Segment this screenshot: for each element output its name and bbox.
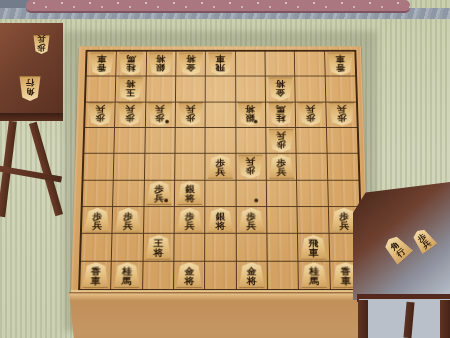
piece-kanji: 歩 <box>185 212 195 221</box>
piece-gote-3-4[interactable]: 歩兵 <box>268 129 294 153</box>
square-6-5[interactable] <box>175 154 206 180</box>
square-7-9[interactable] <box>143 261 175 289</box>
square-7-2[interactable] <box>146 77 176 102</box>
square-9-8[interactable] <box>81 234 113 261</box>
left-stand-leg <box>29 122 63 216</box>
piece-kanji: 香 <box>91 267 101 276</box>
square-5-7[interactable]: 銀将 <box>206 207 237 234</box>
piece-gote-1-3[interactable]: 歩兵 <box>328 103 355 126</box>
square-9-5[interactable] <box>84 154 115 180</box>
piece-kanji: 兵 <box>185 221 195 230</box>
square-3-7[interactable] <box>267 207 298 234</box>
board-top-surface: 香車桂馬銀将金将飛車香車玉将金将歩兵歩兵歩兵歩兵銀将桂馬歩兵歩兵歩兵歩兵歩兵歩兵… <box>71 46 369 294</box>
square-5-9[interactable] <box>205 261 236 289</box>
square-2-9[interactable]: 桂馬 <box>299 261 331 289</box>
piece-gote-9-3[interactable]: 歩兵 <box>87 103 113 126</box>
piece-kanji: 歩 <box>276 140 286 149</box>
piece-sente-4-9[interactable]: 金将 <box>238 262 265 288</box>
square-4-7[interactable]: 歩兵 <box>236 207 267 234</box>
piece-kanji: 歩 <box>123 212 133 221</box>
square-9-7[interactable]: 歩兵 <box>82 207 114 234</box>
piece-kanji: 金 <box>184 267 194 276</box>
piece-kanji: 銀 <box>216 212 226 221</box>
piece-gote-8-2[interactable]: 玉将 <box>118 77 144 100</box>
hoshi-dot <box>165 120 169 124</box>
piece-kanji: 将 <box>184 276 194 285</box>
piece-kanji: 馬 <box>276 105 286 114</box>
square-6-9[interactable]: 金将 <box>174 261 205 289</box>
left-piece-stand <box>0 23 63 217</box>
piece-kanji: 兵 <box>216 168 226 177</box>
piece-kanji: 兵 <box>246 221 256 230</box>
piece-kanji: 将 <box>185 194 195 203</box>
piece-kanji: 歩 <box>306 114 316 123</box>
piece-gote-8-1[interactable]: 桂馬 <box>118 52 144 75</box>
piece-kanji: 兵 <box>276 131 286 140</box>
square-7-8[interactable]: 王将 <box>143 234 174 261</box>
piece-kanji: 歩 <box>337 114 347 123</box>
piece-gote-7-3[interactable]: 歩兵 <box>147 103 173 126</box>
square-1-4[interactable] <box>327 128 358 154</box>
piece-kanji: 歩 <box>95 114 105 123</box>
square-6-3[interactable]: 歩兵 <box>176 102 206 128</box>
piece-kanji: 桂 <box>126 63 136 71</box>
square-3-1[interactable] <box>265 52 295 77</box>
seat-cushion <box>26 0 410 13</box>
piece-sente-6-9[interactable]: 金将 <box>176 262 203 288</box>
piece-kanji: 兵 <box>37 35 46 43</box>
piece-kanji: 歩 <box>339 212 349 221</box>
square-7-6[interactable]: 歩兵 <box>144 180 175 207</box>
hoshi-dot <box>164 199 168 203</box>
square-4-8[interactable] <box>236 234 267 261</box>
square-7-5[interactable] <box>145 154 176 180</box>
piece-kanji: 兵 <box>306 105 316 114</box>
piece-gote-5-1[interactable]: 飛車 <box>208 52 233 75</box>
piece-kanji: 馬 <box>122 276 132 285</box>
piece-gote-3-2[interactable]: 金将 <box>267 77 293 100</box>
piece-kanji: 馬 <box>127 54 137 62</box>
piece-kanji: 飛 <box>216 63 226 71</box>
square-1-2[interactable] <box>325 77 356 102</box>
piece-gote-6-3[interactable]: 歩兵 <box>177 103 203 126</box>
square-3-3[interactable]: 桂馬 <box>266 102 296 128</box>
square-5-1[interactable]: 飛車 <box>206 52 236 77</box>
square-2-3[interactable]: 歩兵 <box>296 102 327 128</box>
square-7-1[interactable]: 銀将 <box>146 52 176 77</box>
piece-kanji: 将 <box>153 248 163 257</box>
square-8-3[interactable]: 歩兵 <box>115 102 146 128</box>
piece-sente-2-9[interactable]: 桂馬 <box>301 262 328 288</box>
piece-sente-7-8[interactable]: 王将 <box>145 235 172 260</box>
square-8-7[interactable]: 歩兵 <box>113 207 144 234</box>
piece-kanji: 兵 <box>421 238 433 250</box>
piece-kanji: 歩 <box>155 114 165 123</box>
board-grid: 香車桂馬銀将金将飛車香車玉将金将歩兵歩兵歩兵歩兵銀将桂馬歩兵歩兵歩兵歩兵歩兵歩兵… <box>78 50 364 291</box>
square-6-6[interactable]: 銀将 <box>175 180 206 207</box>
right-stand-leg <box>440 300 450 338</box>
square-6-2[interactable] <box>176 77 206 102</box>
piece-sente-5-5[interactable]: 歩兵 <box>207 155 233 179</box>
square-8-8[interactable] <box>112 234 144 261</box>
square-2-6[interactable] <box>297 180 328 207</box>
square-2-2[interactable] <box>296 77 326 102</box>
piece-kanji: 兵 <box>92 221 102 230</box>
piece-sente-5-7[interactable]: 銀将 <box>207 208 233 232</box>
square-7-7[interactable] <box>144 207 175 234</box>
piece-sente-3-5[interactable]: 歩兵 <box>268 155 294 179</box>
square-5-4[interactable] <box>206 128 236 154</box>
square-1-3[interactable]: 歩兵 <box>326 102 357 128</box>
square-5-5[interactable]: 歩兵 <box>206 154 237 180</box>
piece-kanji: 玉 <box>126 88 136 97</box>
piece-kanji: 歩 <box>246 166 256 175</box>
square-5-8[interactable] <box>205 234 236 261</box>
square-6-4[interactable] <box>175 128 205 154</box>
square-7-4[interactable] <box>145 128 176 154</box>
hand-piece-gote-1[interactable]: 角行 <box>19 76 41 101</box>
piece-gote-9-1[interactable]: 香車 <box>88 52 114 75</box>
piece-kanji: 車 <box>341 276 351 285</box>
piece-kanji: 車 <box>90 276 100 285</box>
piece-kanji: 桂 <box>276 114 286 123</box>
square-4-6[interactable] <box>236 180 267 207</box>
piece-kanji: 兵 <box>156 105 166 114</box>
piece-sente-8-7[interactable]: 歩兵 <box>115 208 142 232</box>
square-3-4[interactable]: 歩兵 <box>266 128 297 154</box>
piece-kanji: 兵 <box>123 221 133 230</box>
square-4-4[interactable] <box>236 128 266 154</box>
piece-kanji: 兵 <box>154 194 164 203</box>
square-3-8[interactable] <box>267 234 298 261</box>
piece-sente-9-9[interactable]: 香車 <box>82 262 109 288</box>
piece-kanji: 金 <box>276 88 286 97</box>
square-4-5[interactable]: 歩兵 <box>236 154 267 180</box>
square-3-9[interactable] <box>268 261 300 289</box>
piece-kanji: 歩 <box>125 114 135 123</box>
piece-kanji: 将 <box>126 79 136 88</box>
square-4-2[interactable] <box>236 77 266 102</box>
piece-gote-7-1[interactable]: 銀将 <box>148 52 174 75</box>
board-front-face <box>69 292 372 338</box>
square-8-6[interactable] <box>113 180 144 207</box>
piece-kanji: 銀 <box>156 63 166 71</box>
piece-sente-2-8[interactable]: 飛車 <box>300 235 327 260</box>
square-4-3[interactable]: 銀将 <box>236 102 266 128</box>
piece-kanji: 歩 <box>37 44 46 52</box>
square-2-5[interactable] <box>297 154 328 180</box>
left-stand-edge <box>0 113 63 121</box>
piece-kanji: 行 <box>26 79 35 87</box>
piece-kanji: 将 <box>186 54 196 62</box>
square-2-8[interactable]: 飛車 <box>298 234 330 261</box>
piece-kanji: 馬 <box>309 276 319 285</box>
square-6-7[interactable]: 歩兵 <box>175 207 206 234</box>
piece-kanji: 兵 <box>277 168 287 177</box>
piece-kanji: 兵 <box>246 157 256 166</box>
piece-kanji: 将 <box>216 221 226 230</box>
square-8-1[interactable]: 桂馬 <box>117 52 147 77</box>
square-8-5[interactable] <box>114 154 145 180</box>
piece-kanji: 兵 <box>95 105 105 114</box>
square-9-3[interactable]: 歩兵 <box>85 102 116 128</box>
piece-kanji: 角 <box>26 88 35 96</box>
square-5-6[interactable] <box>206 180 237 207</box>
piece-kanji: 香 <box>341 267 351 276</box>
square-2-1[interactable] <box>295 52 325 77</box>
piece-kanji: 歩 <box>246 212 256 221</box>
piece-gote-6-1[interactable]: 金将 <box>178 52 203 75</box>
piece-gote-4-5[interactable]: 歩兵 <box>238 155 264 179</box>
square-9-4[interactable] <box>84 128 115 154</box>
hand-piece-gote-0[interactable]: 歩兵 <box>33 35 50 54</box>
piece-kanji: 金 <box>247 267 257 276</box>
square-4-1[interactable] <box>236 52 266 77</box>
hoshi-dot <box>254 120 258 124</box>
square-4-9[interactable]: 金将 <box>237 261 268 289</box>
piece-kanji: 将 <box>275 79 285 88</box>
square-8-2[interactable]: 玉将 <box>116 77 146 102</box>
square-7-3[interactable]: 歩兵 <box>145 102 175 128</box>
square-6-8[interactable] <box>174 234 205 261</box>
square-5-2[interactable] <box>206 77 236 102</box>
piece-kanji: 香 <box>97 63 107 71</box>
shogi-board: 香車桂馬銀将金将飛車香車玉将金将歩兵歩兵歩兵歩兵銀将桂馬歩兵歩兵歩兵歩兵歩兵歩兵… <box>69 28 372 338</box>
piece-gote-1-1[interactable]: 香車 <box>327 52 354 75</box>
piece-kanji: 香 <box>335 63 345 71</box>
piece-sente-4-7[interactable]: 歩兵 <box>238 208 264 232</box>
piece-kanji: 将 <box>247 276 257 285</box>
piece-gote-2-3[interactable]: 歩兵 <box>298 103 324 126</box>
piece-sente-9-7[interactable]: 歩兵 <box>84 208 111 232</box>
piece-kanji: 兵 <box>336 105 346 114</box>
square-9-6[interactable] <box>83 180 114 207</box>
piece-kanji: 兵 <box>339 221 349 230</box>
piece-kanji: 桂 <box>122 267 132 276</box>
square-9-9[interactable]: 香車 <box>80 261 112 289</box>
square-5-3[interactable] <box>206 102 236 128</box>
right-stand-leg <box>358 300 368 338</box>
piece-kanji: 兵 <box>186 105 196 114</box>
piece-kanji: 桂 <box>309 267 319 276</box>
piece-kanji: 金 <box>186 63 196 71</box>
square-8-4[interactable] <box>115 128 146 154</box>
piece-kanji: 車 <box>216 54 225 62</box>
piece-kanji: 車 <box>335 54 345 62</box>
photo-scene: 歩兵角行 香車桂馬銀将金将飛車香車玉将金将歩兵歩兵歩兵歩兵銀将桂馬歩兵歩兵歩兵歩… <box>0 0 450 338</box>
piece-kanji: 行 <box>395 247 407 259</box>
piece-gote-3-3[interactable]: 桂馬 <box>268 103 294 126</box>
piece-gote-4-3[interactable]: 銀将 <box>238 103 264 126</box>
piece-sente-8-9[interactable]: 桂馬 <box>113 262 140 288</box>
piece-kanji: 歩 <box>92 212 102 221</box>
square-3-6[interactable] <box>267 180 298 207</box>
piece-kanji: 将 <box>246 105 256 114</box>
piece-sente-6-6[interactable]: 銀将 <box>177 181 203 205</box>
square-1-5[interactable] <box>327 154 358 180</box>
piece-kanji: 歩 <box>186 114 196 123</box>
hoshi-dot <box>254 199 258 203</box>
piece-kanji: 車 <box>97 54 107 62</box>
square-9-2[interactable] <box>86 77 117 102</box>
square-3-2[interactable]: 金将 <box>266 77 296 102</box>
square-8-9[interactable]: 桂馬 <box>111 261 143 289</box>
square-2-4[interactable] <box>296 128 327 154</box>
square-1-1[interactable]: 香車 <box>325 52 355 77</box>
piece-sente-7-6[interactable]: 歩兵 <box>146 181 172 205</box>
piece-kanji: 車 <box>309 248 319 257</box>
square-6-1[interactable]: 金将 <box>176 52 206 77</box>
piece-kanji: 兵 <box>125 105 135 114</box>
square-9-1[interactable]: 香車 <box>87 52 117 77</box>
piece-sente-6-7[interactable]: 歩兵 <box>176 208 202 232</box>
piece-gote-8-3[interactable]: 歩兵 <box>117 103 143 126</box>
square-3-5[interactable]: 歩兵 <box>267 154 298 180</box>
square-2-7[interactable] <box>298 207 329 234</box>
piece-kanji: 将 <box>156 54 166 62</box>
